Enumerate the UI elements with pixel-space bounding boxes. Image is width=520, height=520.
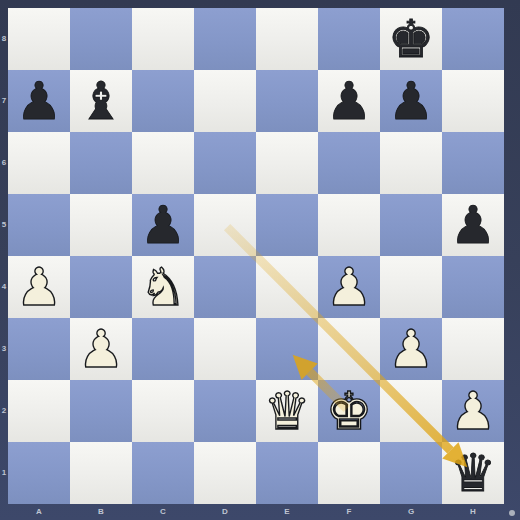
white-pawn[interactable]: ♟ [78,318,125,380]
square-d6[interactable] [194,132,256,194]
square-e4[interactable] [256,256,318,318]
square-c8[interactable] [132,8,194,70]
square-g5[interactable] [380,194,442,256]
rank-label-3: 3 [0,344,9,353]
square-f7[interactable]: ♟ [318,70,380,132]
square-a5[interactable] [8,194,70,256]
square-f2[interactable]: ♚ [318,380,380,442]
square-b2[interactable] [70,380,132,442]
square-d1[interactable] [194,442,256,504]
square-f8[interactable] [318,8,380,70]
square-g4[interactable] [380,256,442,318]
white-pawn[interactable]: ♟ [326,256,373,318]
square-d8[interactable] [194,8,256,70]
square-e1[interactable] [256,442,318,504]
square-h2[interactable]: ♟ [442,380,504,442]
square-f6[interactable] [318,132,380,194]
board-border: ♚♟♝♟♟♟♟♟♞♟♟♟♛♚♟♛ 87654321ABCDEFGH [0,0,520,520]
square-c2[interactable] [132,380,194,442]
square-g8[interactable]: ♚ [380,8,442,70]
square-g2[interactable] [380,380,442,442]
black-pawn[interactable]: ♟ [450,194,497,256]
square-e2[interactable]: ♛ [256,380,318,442]
square-c1[interactable] [132,442,194,504]
square-f4[interactable]: ♟ [318,256,380,318]
rank-label-5: 5 [0,220,9,229]
square-c5[interactable]: ♟ [132,194,194,256]
square-e6[interactable] [256,132,318,194]
square-f1[interactable] [318,442,380,504]
corner-dot [509,510,515,516]
square-c7[interactable] [132,70,194,132]
square-a6[interactable] [8,132,70,194]
square-e7[interactable] [256,70,318,132]
square-a2[interactable] [8,380,70,442]
square-b1[interactable] [70,442,132,504]
square-d3[interactable] [194,318,256,380]
rank-label-1: 1 [0,468,9,477]
file-label-g: G [406,507,416,516]
square-a1[interactable] [8,442,70,504]
white-pawn[interactable]: ♟ [388,318,435,380]
black-queen[interactable]: ♛ [450,442,497,504]
square-h4[interactable] [442,256,504,318]
chess-board: ♚♟♝♟♟♟♟♟♞♟♟♟♛♚♟♛ [8,8,504,504]
file-label-h: H [468,507,478,516]
square-g7[interactable]: ♟ [380,70,442,132]
black-pawn[interactable]: ♟ [140,194,187,256]
square-e3[interactable] [256,318,318,380]
black-pawn[interactable]: ♟ [16,70,63,132]
chess-board-window: ♚♟♝♟♟♟♟♟♞♟♟♟♛♚♟♛ 87654321ABCDEFGH [0,0,520,520]
file-label-b: B [96,507,106,516]
square-g1[interactable] [380,442,442,504]
white-king[interactable]: ♚ [326,380,373,442]
square-c6[interactable] [132,132,194,194]
white-pawn[interactable]: ♟ [450,380,497,442]
black-king[interactable]: ♚ [388,8,435,70]
square-d5[interactable] [194,194,256,256]
file-label-a: A [34,507,44,516]
square-d7[interactable] [194,70,256,132]
white-queen[interactable]: ♛ [264,380,311,442]
file-label-e: E [282,507,292,516]
square-b7[interactable]: ♝ [70,70,132,132]
rank-label-2: 2 [0,406,9,415]
black-bishop[interactable]: ♝ [78,70,125,132]
square-c3[interactable] [132,318,194,380]
square-h3[interactable] [442,318,504,380]
rank-label-4: 4 [0,282,9,291]
square-b8[interactable] [70,8,132,70]
square-h7[interactable] [442,70,504,132]
white-pawn[interactable]: ♟ [16,256,63,318]
black-pawn[interactable]: ♟ [326,70,373,132]
file-label-f: F [344,507,354,516]
square-g6[interactable] [380,132,442,194]
rank-label-8: 8 [0,34,9,43]
square-a7[interactable]: ♟ [8,70,70,132]
square-b5[interactable] [70,194,132,256]
square-b6[interactable] [70,132,132,194]
file-label-d: D [220,507,230,516]
square-h1[interactable]: ♛ [442,442,504,504]
square-a4[interactable]: ♟ [8,256,70,318]
white-knight[interactable]: ♞ [140,256,187,318]
file-label-c: C [158,507,168,516]
square-h8[interactable] [442,8,504,70]
square-f5[interactable] [318,194,380,256]
square-c4[interactable]: ♞ [132,256,194,318]
rank-label-6: 6 [0,158,9,167]
rank-label-7: 7 [0,96,9,105]
square-a8[interactable] [8,8,70,70]
square-a3[interactable] [8,318,70,380]
square-h6[interactable] [442,132,504,194]
square-d4[interactable] [194,256,256,318]
square-d2[interactable] [194,380,256,442]
square-b4[interactable] [70,256,132,318]
square-h5[interactable]: ♟ [442,194,504,256]
black-pawn[interactable]: ♟ [388,70,435,132]
square-g3[interactable]: ♟ [380,318,442,380]
square-b3[interactable]: ♟ [70,318,132,380]
square-e8[interactable] [256,8,318,70]
square-e5[interactable] [256,194,318,256]
square-f3[interactable] [318,318,380,380]
